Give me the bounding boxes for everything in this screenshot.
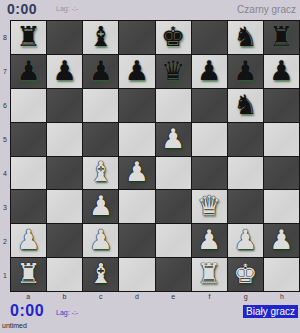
square-d1[interactable] [119, 258, 154, 291]
square-c4[interactable]: ♝ [83, 157, 118, 190]
square-c6[interactable] [83, 89, 118, 122]
piece-black-knight[interactable]: ♞ [233, 91, 257, 118]
piece-white-pawn[interactable]: ♟ [233, 226, 257, 253]
black-lag-label: Lag: -:- [56, 5, 78, 12]
square-b4[interactable] [47, 157, 82, 190]
square-c2[interactable]: ♟ [83, 224, 118, 257]
square-g2[interactable]: ♟ [228, 224, 263, 257]
square-b5[interactable] [47, 123, 82, 156]
square-d4[interactable]: ♟ [119, 157, 154, 190]
piece-white-pawn[interactable]: ♟ [89, 192, 113, 219]
piece-white-pawn[interactable]: ♟ [269, 226, 293, 253]
piece-white-pawn[interactable]: ♟ [197, 226, 221, 253]
square-a5[interactable] [11, 123, 46, 156]
square-b6[interactable] [47, 89, 82, 122]
piece-white-rook[interactable]: ♜ [197, 260, 221, 287]
square-h5[interactable] [264, 123, 299, 156]
piece-black-knight[interactable]: ♞ [233, 23, 257, 50]
piece-white-pawn[interactable]: ♟ [89, 226, 113, 253]
piece-black-rook[interactable]: ♜ [269, 23, 293, 50]
square-h4[interactable] [264, 157, 299, 190]
black-player-name: Czarny gracz [237, 4, 296, 15]
rank-label-3: 3 [0, 190, 10, 224]
square-f6[interactable] [192, 89, 227, 122]
square-h1[interactable] [264, 258, 299, 291]
piece-black-queen[interactable]: ♛ [161, 57, 185, 84]
piece-white-pawn[interactable]: ♟ [125, 158, 149, 185]
file-label-e: e [155, 292, 191, 302]
square-c7[interactable]: ♟ [83, 55, 118, 88]
piece-white-queen[interactable]: ♛ [197, 192, 221, 219]
bottom-status-bar: 0:00 untimed Lag: -:- Biały gracz [0, 302, 300, 333]
square-f4[interactable] [192, 157, 227, 190]
square-h8[interactable]: ♜ [264, 21, 299, 54]
piece-white-rook[interactable]: ♜ [16, 260, 40, 287]
file-label-g: g [228, 292, 264, 302]
square-b3[interactable] [47, 190, 82, 223]
file-label-b: b [46, 292, 82, 302]
time-control-label: untimed [2, 322, 27, 329]
piece-white-bishop[interactable]: ♝ [89, 158, 113, 185]
square-a3[interactable] [11, 190, 46, 223]
rank-label-5: 5 [0, 122, 10, 156]
square-c1[interactable]: ♝ [83, 258, 118, 291]
square-g8[interactable]: ♞ [228, 21, 263, 54]
piece-white-bishop[interactable]: ♝ [89, 260, 113, 287]
square-c3[interactable]: ♟ [83, 190, 118, 223]
piece-white-pawn[interactable]: ♟ [16, 226, 40, 253]
square-e7[interactable]: ♛ [156, 55, 191, 88]
board-area: 87654321 ♜♝♚♞♜♟♟♟♟♛♟♟♟♞♟♝♟♟♛♟♟♟♟♟♜♝♜♚ [0, 20, 300, 292]
square-f5[interactable] [192, 123, 227, 156]
piece-black-bishop[interactable]: ♝ [89, 23, 113, 50]
square-f1[interactable]: ♜ [192, 258, 227, 291]
rank-label-6: 6 [0, 88, 10, 122]
square-c8[interactable]: ♝ [83, 21, 118, 54]
square-d6[interactable] [119, 89, 154, 122]
file-label-a: a [10, 292, 46, 302]
square-b1[interactable] [47, 258, 82, 291]
square-e3[interactable] [156, 190, 191, 223]
square-e5[interactable]: ♟ [156, 123, 191, 156]
square-e8[interactable]: ♚ [156, 21, 191, 54]
piece-white-pawn[interactable]: ♟ [161, 125, 185, 152]
piece-black-rook[interactable]: ♜ [16, 23, 40, 50]
square-h6[interactable] [264, 89, 299, 122]
file-label-h: h [264, 292, 300, 302]
square-c5[interactable] [83, 123, 118, 156]
white-player-name[interactable]: Biały gracz [243, 305, 298, 318]
chess-board[interactable]: ♜♝♚♞♜♟♟♟♟♛♟♟♟♞♟♝♟♟♛♟♟♟♟♟♜♝♜♚ [10, 20, 300, 292]
white-clock: 0:00 [10, 302, 44, 320]
rank-label-8: 8 [0, 20, 10, 54]
square-g1[interactable]: ♚ [228, 258, 263, 291]
piece-white-king[interactable]: ♚ [233, 260, 257, 287]
square-f8[interactable] [192, 21, 227, 54]
rank-label-1: 1 [0, 258, 10, 292]
square-d7[interactable]: ♟ [119, 55, 154, 88]
file-label-c: c [83, 292, 119, 302]
square-b2[interactable] [47, 224, 82, 257]
square-a7[interactable]: ♟ [11, 55, 46, 88]
rank-label-2: 2 [0, 224, 10, 258]
square-g5[interactable] [228, 123, 263, 156]
rank-label-7: 7 [0, 54, 10, 88]
square-g6[interactable]: ♞ [228, 89, 263, 122]
square-h2[interactable]: ♟ [264, 224, 299, 257]
file-labels: abcdefgh [10, 292, 300, 302]
file-label-d: d [119, 292, 155, 302]
rank-label-4: 4 [0, 156, 10, 190]
square-d5[interactable] [119, 123, 154, 156]
square-a6[interactable] [11, 89, 46, 122]
square-e4[interactable] [156, 157, 191, 190]
square-e6[interactable] [156, 89, 191, 122]
piece-black-pawn[interactable]: ♟ [89, 57, 113, 84]
piece-black-pawn[interactable]: ♟ [16, 57, 40, 84]
square-d8[interactable] [119, 21, 154, 54]
square-a1[interactable]: ♜ [11, 258, 46, 291]
square-f2[interactable]: ♟ [192, 224, 227, 257]
square-a8[interactable]: ♜ [11, 21, 46, 54]
square-a2[interactable]: ♟ [11, 224, 46, 257]
top-status-bar: 0:00 Lag: -:- Czarny gracz [0, 0, 300, 20]
square-e2[interactable] [156, 224, 191, 257]
file-label-f: f [191, 292, 227, 302]
square-b7[interactable]: ♟ [47, 55, 82, 88]
square-b8[interactable] [47, 21, 82, 54]
square-d2[interactable] [119, 224, 154, 257]
square-h3[interactable] [264, 190, 299, 223]
piece-black-pawn[interactable]: ♟ [53, 57, 77, 84]
piece-black-pawn[interactable]: ♟ [197, 57, 221, 84]
square-g4[interactable] [228, 157, 263, 190]
square-e1[interactable] [156, 258, 191, 291]
square-a4[interactable] [11, 157, 46, 190]
white-lag-label: Lag: -:- [56, 309, 78, 316]
piece-black-pawn[interactable]: ♟ [233, 57, 257, 84]
square-f3[interactable]: ♛ [192, 190, 227, 223]
rank-labels: 87654321 [0, 20, 10, 292]
square-g7[interactable]: ♟ [228, 55, 263, 88]
piece-black-king[interactable]: ♚ [161, 23, 185, 50]
square-g3[interactable] [228, 190, 263, 223]
black-clock: 0:00 [7, 1, 37, 17]
square-h7[interactable]: ♟ [264, 55, 299, 88]
piece-black-pawn[interactable]: ♟ [125, 57, 149, 84]
chess-app-window: 0:00 Lag: -:- Czarny gracz 87654321 ♜♝♚♞… [0, 0, 300, 333]
piece-black-pawn[interactable]: ♟ [269, 57, 293, 84]
square-d3[interactable] [119, 190, 154, 223]
square-f7[interactable]: ♟ [192, 55, 227, 88]
